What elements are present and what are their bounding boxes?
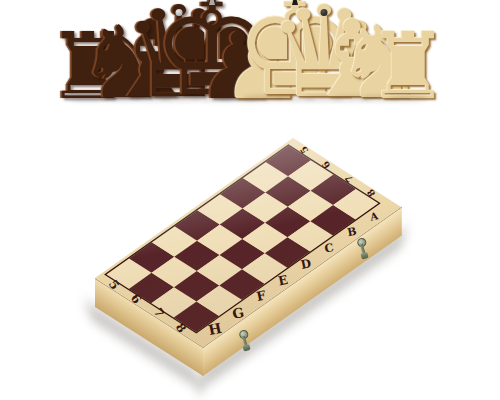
file-label-B: B	[346, 225, 358, 240]
silver-spike-finial-icon	[209, 0, 215, 5]
light-rook[interactable]: ♜	[376, 43, 440, 99]
chess-set-photo: ♜♞♝♛♚♟♟♚♛♝♞♜ HGFEDCBA56785678	[0, 0, 500, 400]
piece-shadow	[388, 95, 428, 102]
rook-glyph: ♜	[367, 29, 449, 104]
